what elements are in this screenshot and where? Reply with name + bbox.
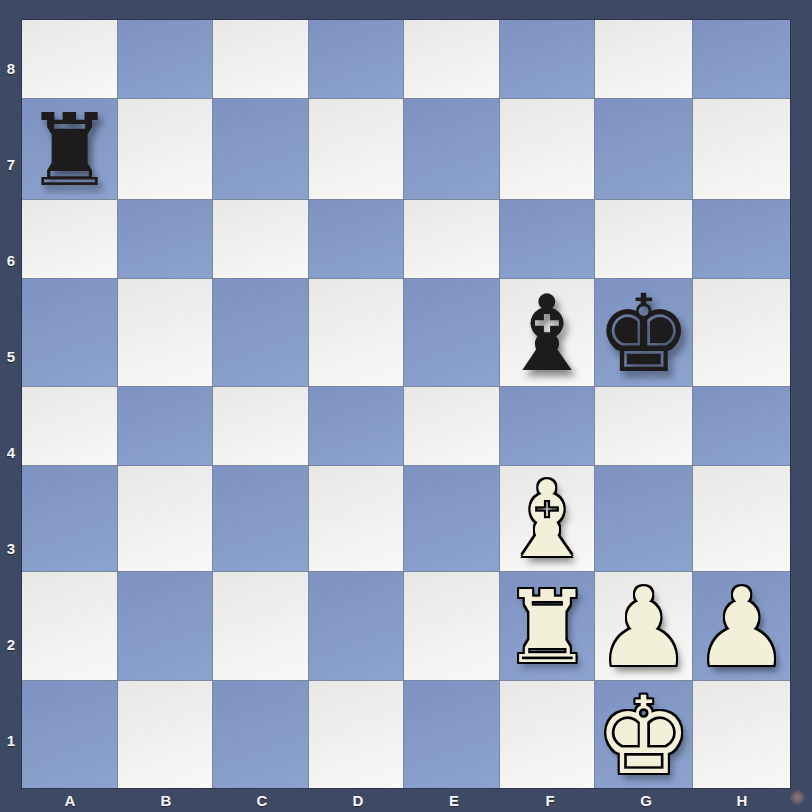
square-a7[interactable]: ♜ (22, 99, 117, 199)
square-b2[interactable] (118, 572, 213, 680)
square-a1[interactable] (22, 681, 117, 788)
square-e4[interactable] (404, 387, 499, 465)
file-label-f: F (502, 788, 598, 812)
square-e3[interactable] (404, 466, 499, 571)
piece-black-king[interactable]: ♚ (596, 281, 692, 388)
square-f4[interactable] (500, 387, 595, 465)
square-e7[interactable] (404, 99, 499, 199)
square-h3[interactable] (693, 466, 790, 571)
square-f3[interactable]: ♝ (500, 466, 595, 571)
square-g8[interactable] (595, 20, 692, 98)
file-label-d: D (310, 788, 406, 812)
square-b1[interactable] (118, 681, 213, 788)
piece-white-king[interactable]: ♚ (596, 683, 692, 790)
corner-dot (790, 790, 805, 805)
square-c7[interactable] (213, 99, 308, 199)
chess-board-frame: 87654321 ♜♝♚♝♜♟♟♚ ABCDEFGH (0, 0, 812, 812)
square-e6[interactable] (404, 200, 499, 278)
rank-labels: 87654321 (0, 20, 22, 788)
square-d3[interactable] (309, 466, 404, 571)
rank-label-6: 6 (0, 212, 22, 308)
square-a8[interactable] (22, 20, 117, 98)
file-label-a: A (22, 788, 118, 812)
file-label-c: C (214, 788, 310, 812)
piece-black-rook[interactable]: ♜ (24, 101, 114, 201)
square-b6[interactable] (118, 200, 213, 278)
piece-white-pawn[interactable]: ♟ (595, 574, 692, 682)
chess-board: ♜♝♚♝♜♟♟♚ (22, 20, 790, 788)
file-label-e: E (406, 788, 502, 812)
piece-white-pawn[interactable]: ♟ (693, 574, 790, 682)
square-h6[interactable] (693, 200, 790, 278)
square-e2[interactable] (404, 572, 499, 680)
square-f2[interactable]: ♜ (500, 572, 595, 680)
square-e5[interactable] (404, 279, 499, 386)
square-h4[interactable] (693, 387, 790, 465)
square-h5[interactable] (693, 279, 790, 386)
square-c1[interactable] (213, 681, 308, 788)
square-g4[interactable] (595, 387, 692, 465)
square-d8[interactable] (309, 20, 404, 98)
piece-white-rook[interactable]: ♜ (502, 578, 592, 678)
square-d7[interactable] (309, 99, 404, 199)
square-e8[interactable] (404, 20, 499, 98)
file-label-b: B (118, 788, 214, 812)
rank-label-7: 7 (0, 116, 22, 212)
square-a2[interactable] (22, 572, 117, 680)
square-a6[interactable] (22, 200, 117, 278)
square-h2[interactable]: ♟ (693, 572, 790, 680)
square-b3[interactable] (118, 466, 213, 571)
square-c8[interactable] (213, 20, 308, 98)
rank-label-5: 5 (0, 308, 22, 404)
square-b7[interactable] (118, 99, 213, 199)
rank-label-4: 4 (0, 404, 22, 500)
square-h7[interactable] (693, 99, 790, 199)
square-c3[interactable] (213, 466, 308, 571)
rank-label-2: 2 (0, 596, 22, 692)
square-g7[interactable] (595, 99, 692, 199)
square-f6[interactable] (500, 200, 595, 278)
square-g6[interactable] (595, 200, 692, 278)
square-a4[interactable] (22, 387, 117, 465)
square-f1[interactable] (500, 681, 595, 788)
rank-label-8: 8 (0, 20, 22, 116)
square-c4[interactable] (213, 387, 308, 465)
square-g2[interactable]: ♟ (595, 572, 692, 680)
piece-black-bishop[interactable]: ♝ (500, 282, 594, 387)
square-d4[interactable] (309, 387, 404, 465)
piece-white-bishop[interactable]: ♝ (500, 468, 594, 573)
square-g3[interactable] (595, 466, 692, 571)
square-c2[interactable] (213, 572, 308, 680)
square-d1[interactable] (309, 681, 404, 788)
rank-label-1: 1 (0, 692, 22, 788)
square-g1[interactable]: ♚ (595, 681, 692, 788)
square-f5[interactable]: ♝ (500, 279, 595, 386)
square-h1[interactable] (693, 681, 790, 788)
rank-label-3: 3 (0, 500, 22, 596)
square-b8[interactable] (118, 20, 213, 98)
square-d5[interactable] (309, 279, 404, 386)
square-d6[interactable] (309, 200, 404, 278)
square-f7[interactable] (500, 99, 595, 199)
file-label-h: H (694, 788, 790, 812)
square-c5[interactable] (213, 279, 308, 386)
square-g5[interactable]: ♚ (595, 279, 692, 386)
square-c6[interactable] (213, 200, 308, 278)
square-h8[interactable] (693, 20, 790, 98)
square-f8[interactable] (500, 20, 595, 98)
square-b5[interactable] (118, 279, 213, 386)
square-e1[interactable] (404, 681, 499, 788)
square-b4[interactable] (118, 387, 213, 465)
square-a3[interactable] (22, 466, 117, 571)
square-a5[interactable] (22, 279, 117, 386)
square-d2[interactable] (309, 572, 404, 680)
